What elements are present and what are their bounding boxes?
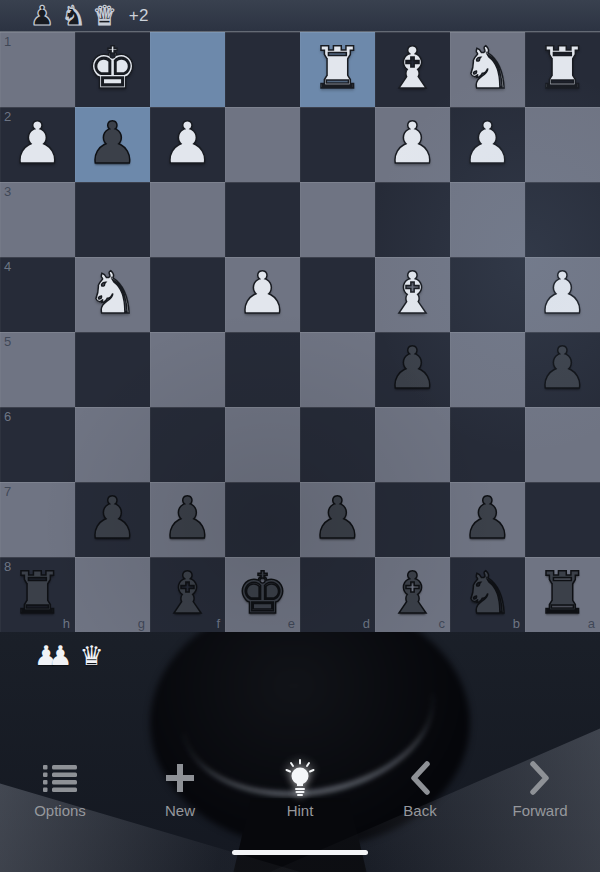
square-e7[interactable] (225, 482, 300, 557)
piece-black-pawn: ♟ (87, 114, 139, 172)
list-icon (43, 756, 77, 800)
hint-label: Hint (287, 802, 314, 819)
rank-label-6: 6 (4, 409, 11, 424)
captured-piece-black-knight: ♞ (61, 2, 85, 29)
square-f8[interactable]: f♝ (150, 557, 225, 632)
square-b4[interactable] (450, 257, 525, 332)
piece-white-knight: ♞ (87, 264, 139, 322)
captured-piece-white-pawn: ♟ (48, 642, 72, 669)
plus-icon (164, 756, 196, 800)
piece-black-rook: ♜ (537, 564, 589, 622)
piece-white-bishop: ♝ (387, 39, 439, 97)
options-label: Options (34, 802, 86, 819)
square-h1[interactable]: 1 (0, 32, 75, 107)
captured-piece-white-queen: ♛ (79, 642, 103, 669)
piece-white-pawn: ♟ (387, 114, 439, 172)
square-c2[interactable]: ♟ (375, 107, 450, 182)
piece-white-bishop: ♝ (387, 264, 439, 322)
square-b6[interactable] (450, 407, 525, 482)
piece-black-bishop: ♝ (387, 564, 439, 622)
piece-white-pawn: ♟ (537, 264, 589, 322)
square-h8[interactable]: 8h♜ (0, 557, 75, 632)
file-label-d: d (363, 616, 370, 631)
rank-label-1: 1 (4, 34, 11, 49)
piece-black-pawn: ♟ (87, 489, 139, 547)
piece-black-king: ♚ (237, 564, 289, 622)
square-h5[interactable]: 5 (0, 332, 75, 407)
forward-button[interactable]: Forward (480, 746, 600, 842)
square-a8[interactable]: a♜ (525, 557, 600, 632)
square-c4[interactable]: ♝ (375, 257, 450, 332)
piece-white-rook: ♜ (537, 39, 589, 97)
square-b1[interactable]: ♞ (450, 32, 525, 107)
square-a4[interactable]: ♟ (525, 257, 600, 332)
new-label: New (165, 802, 195, 819)
square-c1[interactable]: ♝ (375, 32, 450, 107)
square-g7[interactable]: ♟ (75, 482, 150, 557)
chess-app: ♟♞♛ +2 1♚♜♝♞♜2♟♟♟♟♟34♞♟♝♟5♟♟67♟♟♟♟8h♜gf♝… (0, 0, 600, 872)
square-c8[interactable]: c♝ (375, 557, 450, 632)
piece-black-rook: ♜ (12, 564, 64, 622)
chevron-left-icon (409, 756, 431, 800)
rank-label-8: 8 (4, 559, 11, 574)
square-d4[interactable] (300, 257, 375, 332)
captured-black-tray: ♟♞♛ +2 (0, 0, 600, 32)
square-d8[interactable]: d (300, 557, 375, 632)
square-g3[interactable] (75, 182, 150, 257)
rank-label-7: 7 (4, 484, 11, 499)
new-game-button[interactable]: New (120, 746, 240, 842)
piece-black-pawn: ♟ (312, 489, 364, 547)
square-f1[interactable] (150, 32, 225, 107)
square-c3[interactable] (375, 182, 450, 257)
square-e3[interactable] (225, 182, 300, 257)
piece-black-pawn: ♟ (537, 339, 589, 397)
square-a5[interactable]: ♟ (525, 332, 600, 407)
captured-black-pieces: ♟♞♛ (30, 2, 124, 29)
square-e1[interactable] (225, 32, 300, 107)
square-b3[interactable] (450, 182, 525, 257)
captured-white-tray: ♟♟♛ (34, 642, 111, 669)
square-b7[interactable]: ♟ (450, 482, 525, 557)
options-button[interactable]: Options (0, 746, 120, 842)
square-g4[interactable]: ♞ (75, 257, 150, 332)
file-label-h: h (63, 616, 70, 631)
piece-black-pawn: ♟ (162, 489, 214, 547)
lightbulb-icon (282, 756, 318, 800)
square-a2[interactable] (525, 107, 600, 182)
square-d1[interactable]: ♜ (300, 32, 375, 107)
square-f5[interactable] (150, 332, 225, 407)
rank-label-5: 5 (4, 334, 11, 349)
square-g5[interactable] (75, 332, 150, 407)
piece-black-knight: ♞ (462, 564, 514, 622)
square-a7[interactable] (525, 482, 600, 557)
square-e4[interactable]: ♟ (225, 257, 300, 332)
forward-label: Forward (512, 802, 567, 819)
square-f2[interactable]: ♟ (150, 107, 225, 182)
rank-label-2: 2 (4, 109, 11, 124)
square-f4[interactable] (150, 257, 225, 332)
square-d3[interactable] (300, 182, 375, 257)
home-indicator[interactable] (232, 850, 368, 855)
square-a1[interactable]: ♜ (525, 32, 600, 107)
rank-label-3: 3 (4, 184, 11, 199)
square-f3[interactable] (150, 182, 225, 257)
square-b2[interactable]: ♟ (450, 107, 525, 182)
piece-white-pawn: ♟ (12, 114, 64, 172)
square-d6[interactable] (300, 407, 375, 482)
back-button[interactable]: Back (360, 746, 480, 842)
square-e5[interactable] (225, 332, 300, 407)
piece-black-pawn: ♟ (462, 489, 514, 547)
piece-white-pawn: ♟ (237, 264, 289, 322)
file-label-e: e (288, 616, 295, 631)
square-b8[interactable]: b♞ (450, 557, 525, 632)
square-h2[interactable]: 2♟ (0, 107, 75, 182)
square-c6[interactable] (375, 407, 450, 482)
piece-white-pawn: ♟ (162, 114, 214, 172)
file-label-g: g (138, 616, 145, 631)
piece-white-knight: ♞ (462, 39, 514, 97)
piece-white-pawn: ♟ (462, 114, 514, 172)
square-h3[interactable]: 3 (0, 182, 75, 257)
square-c5[interactable]: ♟ (375, 332, 450, 407)
piece-black-pawn: ♟ (387, 339, 439, 397)
square-g8[interactable]: g (75, 557, 150, 632)
file-label-b: b (513, 616, 520, 631)
material-advantage: +2 (129, 6, 149, 26)
square-h7[interactable]: 7 (0, 482, 75, 557)
square-e6[interactable] (225, 407, 300, 482)
file-label-c: c (439, 616, 446, 631)
piece-white-rook: ♜ (312, 39, 364, 97)
square-a6[interactable] (525, 407, 600, 482)
square-d7[interactable]: ♟ (300, 482, 375, 557)
square-d5[interactable] (300, 332, 375, 407)
chess-board: 1♚♜♝♞♜2♟♟♟♟♟34♞♟♝♟5♟♟67♟♟♟♟8h♜gf♝e♚dc♝b♞… (0, 32, 600, 632)
bottom-toolbar: Options New (0, 746, 600, 842)
captured-piece-black-queen: ♛ (92, 2, 116, 29)
square-f6[interactable] (150, 407, 225, 482)
square-a3[interactable] (525, 182, 600, 257)
square-e2[interactable] (225, 107, 300, 182)
square-d2[interactable] (300, 107, 375, 182)
square-h4[interactable]: 4 (0, 257, 75, 332)
square-g2[interactable]: ♟ (75, 107, 150, 182)
chevron-right-icon (529, 756, 551, 800)
back-label: Back (403, 802, 436, 819)
square-f7[interactable]: ♟ (150, 482, 225, 557)
rank-label-4: 4 (4, 259, 11, 274)
hint-button[interactable]: Hint (240, 746, 360, 842)
piece-white-king: ♚ (87, 39, 139, 97)
piece-black-bishop: ♝ (162, 564, 214, 622)
square-g6[interactable] (75, 407, 150, 482)
file-label-a: a (588, 616, 595, 631)
square-e8[interactable]: e♚ (225, 557, 300, 632)
square-g1[interactable]: ♚ (75, 32, 150, 107)
captured-piece-black-pawn: ♟ (30, 2, 54, 29)
square-h6[interactable]: 6 (0, 407, 75, 482)
square-b5[interactable] (450, 332, 525, 407)
square-c7[interactable] (375, 482, 450, 557)
file-label-f: f (216, 616, 220, 631)
